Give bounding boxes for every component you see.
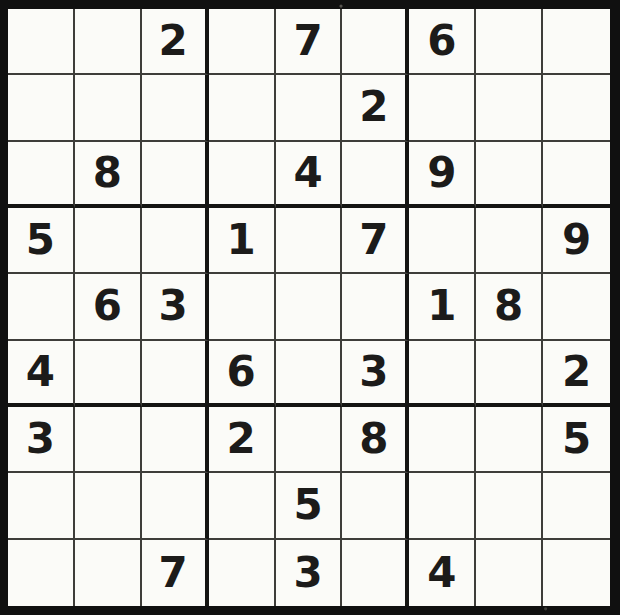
cell-r1c4[interactable] [209, 9, 276, 75]
cell-r8c3[interactable] [142, 473, 209, 539]
cell-r6c1: 4 [8, 341, 75, 407]
cell-r8c8[interactable] [476, 473, 543, 539]
cell-r7c8[interactable] [476, 407, 543, 473]
cell-r7c5[interactable] [276, 407, 343, 473]
cell-r6c4: 6 [209, 341, 276, 407]
cell-r9c5: 3 [276, 540, 343, 606]
cell-r4c4: 1 [209, 208, 276, 274]
cell-r1c8[interactable] [476, 9, 543, 75]
cell-r8c1[interactable] [8, 473, 75, 539]
cell-r1c5: 7 [276, 9, 343, 75]
cell-r3c9[interactable] [543, 142, 610, 208]
cell-r6c3[interactable] [142, 341, 209, 407]
cell-r2c6: 2 [342, 75, 409, 141]
cell-r4c6: 7 [342, 208, 409, 274]
cell-r2c2[interactable] [75, 75, 142, 141]
cell-r9c4[interactable] [209, 540, 276, 606]
cell-r3c6[interactable] [342, 142, 409, 208]
cell-r9c7: 4 [409, 540, 476, 606]
cell-r6c6: 3 [342, 341, 409, 407]
cell-r3c2: 8 [75, 142, 142, 208]
cell-r1c6[interactable] [342, 9, 409, 75]
cell-r3c3[interactable] [142, 142, 209, 208]
cell-r4c3[interactable] [142, 208, 209, 274]
cell-r5c5[interactable] [276, 274, 343, 340]
cell-r3c7: 9 [409, 142, 476, 208]
cell-r7c1: 3 [8, 407, 75, 473]
cell-r4c2[interactable] [75, 208, 142, 274]
cell-r5c7: 1 [409, 274, 476, 340]
cell-r5c6[interactable] [342, 274, 409, 340]
cell-r2c3[interactable] [142, 75, 209, 141]
cell-r5c8: 8 [476, 274, 543, 340]
cell-r1c1[interactable] [8, 9, 75, 75]
cell-r5c9[interactable] [543, 274, 610, 340]
cell-r1c7: 6 [409, 9, 476, 75]
cell-r3c4[interactable] [209, 142, 276, 208]
cell-r7c7[interactable] [409, 407, 476, 473]
cell-r2c1[interactable] [8, 75, 75, 141]
cell-r3c8[interactable] [476, 142, 543, 208]
cell-r9c6[interactable] [342, 540, 409, 606]
cell-r9c8[interactable] [476, 540, 543, 606]
cell-r9c9[interactable] [543, 540, 610, 606]
cell-r4c7[interactable] [409, 208, 476, 274]
cell-r7c9: 5 [543, 407, 610, 473]
cell-r4c8[interactable] [476, 208, 543, 274]
cell-r2c4[interactable] [209, 75, 276, 141]
cell-r3c5: 4 [276, 142, 343, 208]
cell-r1c9[interactable] [543, 9, 610, 75]
cell-r5c1[interactable] [8, 274, 75, 340]
cell-r6c9: 2 [543, 341, 610, 407]
cell-r9c2[interactable] [75, 540, 142, 606]
cell-r2c7[interactable] [409, 75, 476, 141]
cell-r7c3[interactable] [142, 407, 209, 473]
cell-r7c6: 8 [342, 407, 409, 473]
cell-r8c5: 5 [276, 473, 343, 539]
cell-r9c1[interactable] [8, 540, 75, 606]
cell-r3c1[interactable] [8, 142, 75, 208]
cell-r2c5[interactable] [276, 75, 343, 141]
cell-r6c5[interactable] [276, 341, 343, 407]
cell-r1c3: 2 [142, 9, 209, 75]
sudoku-grid: 276284951796318463232855734 [8, 9, 610, 606]
cell-r8c6[interactable] [342, 473, 409, 539]
cell-r8c9[interactable] [543, 473, 610, 539]
cell-r7c4: 2 [209, 407, 276, 473]
cell-r9c3: 7 [142, 540, 209, 606]
cell-r4c1: 5 [8, 208, 75, 274]
sudoku-board-frame: 276284951796318463232855734 [0, 0, 620, 615]
cell-r8c4[interactable] [209, 473, 276, 539]
cell-r2c9[interactable] [543, 75, 610, 141]
cell-r5c2: 6 [75, 274, 142, 340]
cell-r6c2[interactable] [75, 341, 142, 407]
cell-r1c2[interactable] [75, 9, 142, 75]
cell-r4c9: 9 [543, 208, 610, 274]
cell-r7c2[interactable] [75, 407, 142, 473]
cell-r5c4[interactable] [209, 274, 276, 340]
cell-r2c8[interactable] [476, 75, 543, 141]
cell-r4c5[interactable] [276, 208, 343, 274]
cell-r5c3: 3 [142, 274, 209, 340]
cell-r6c7[interactable] [409, 341, 476, 407]
cell-r8c7[interactable] [409, 473, 476, 539]
cell-r8c2[interactable] [75, 473, 142, 539]
cell-r6c8[interactable] [476, 341, 543, 407]
